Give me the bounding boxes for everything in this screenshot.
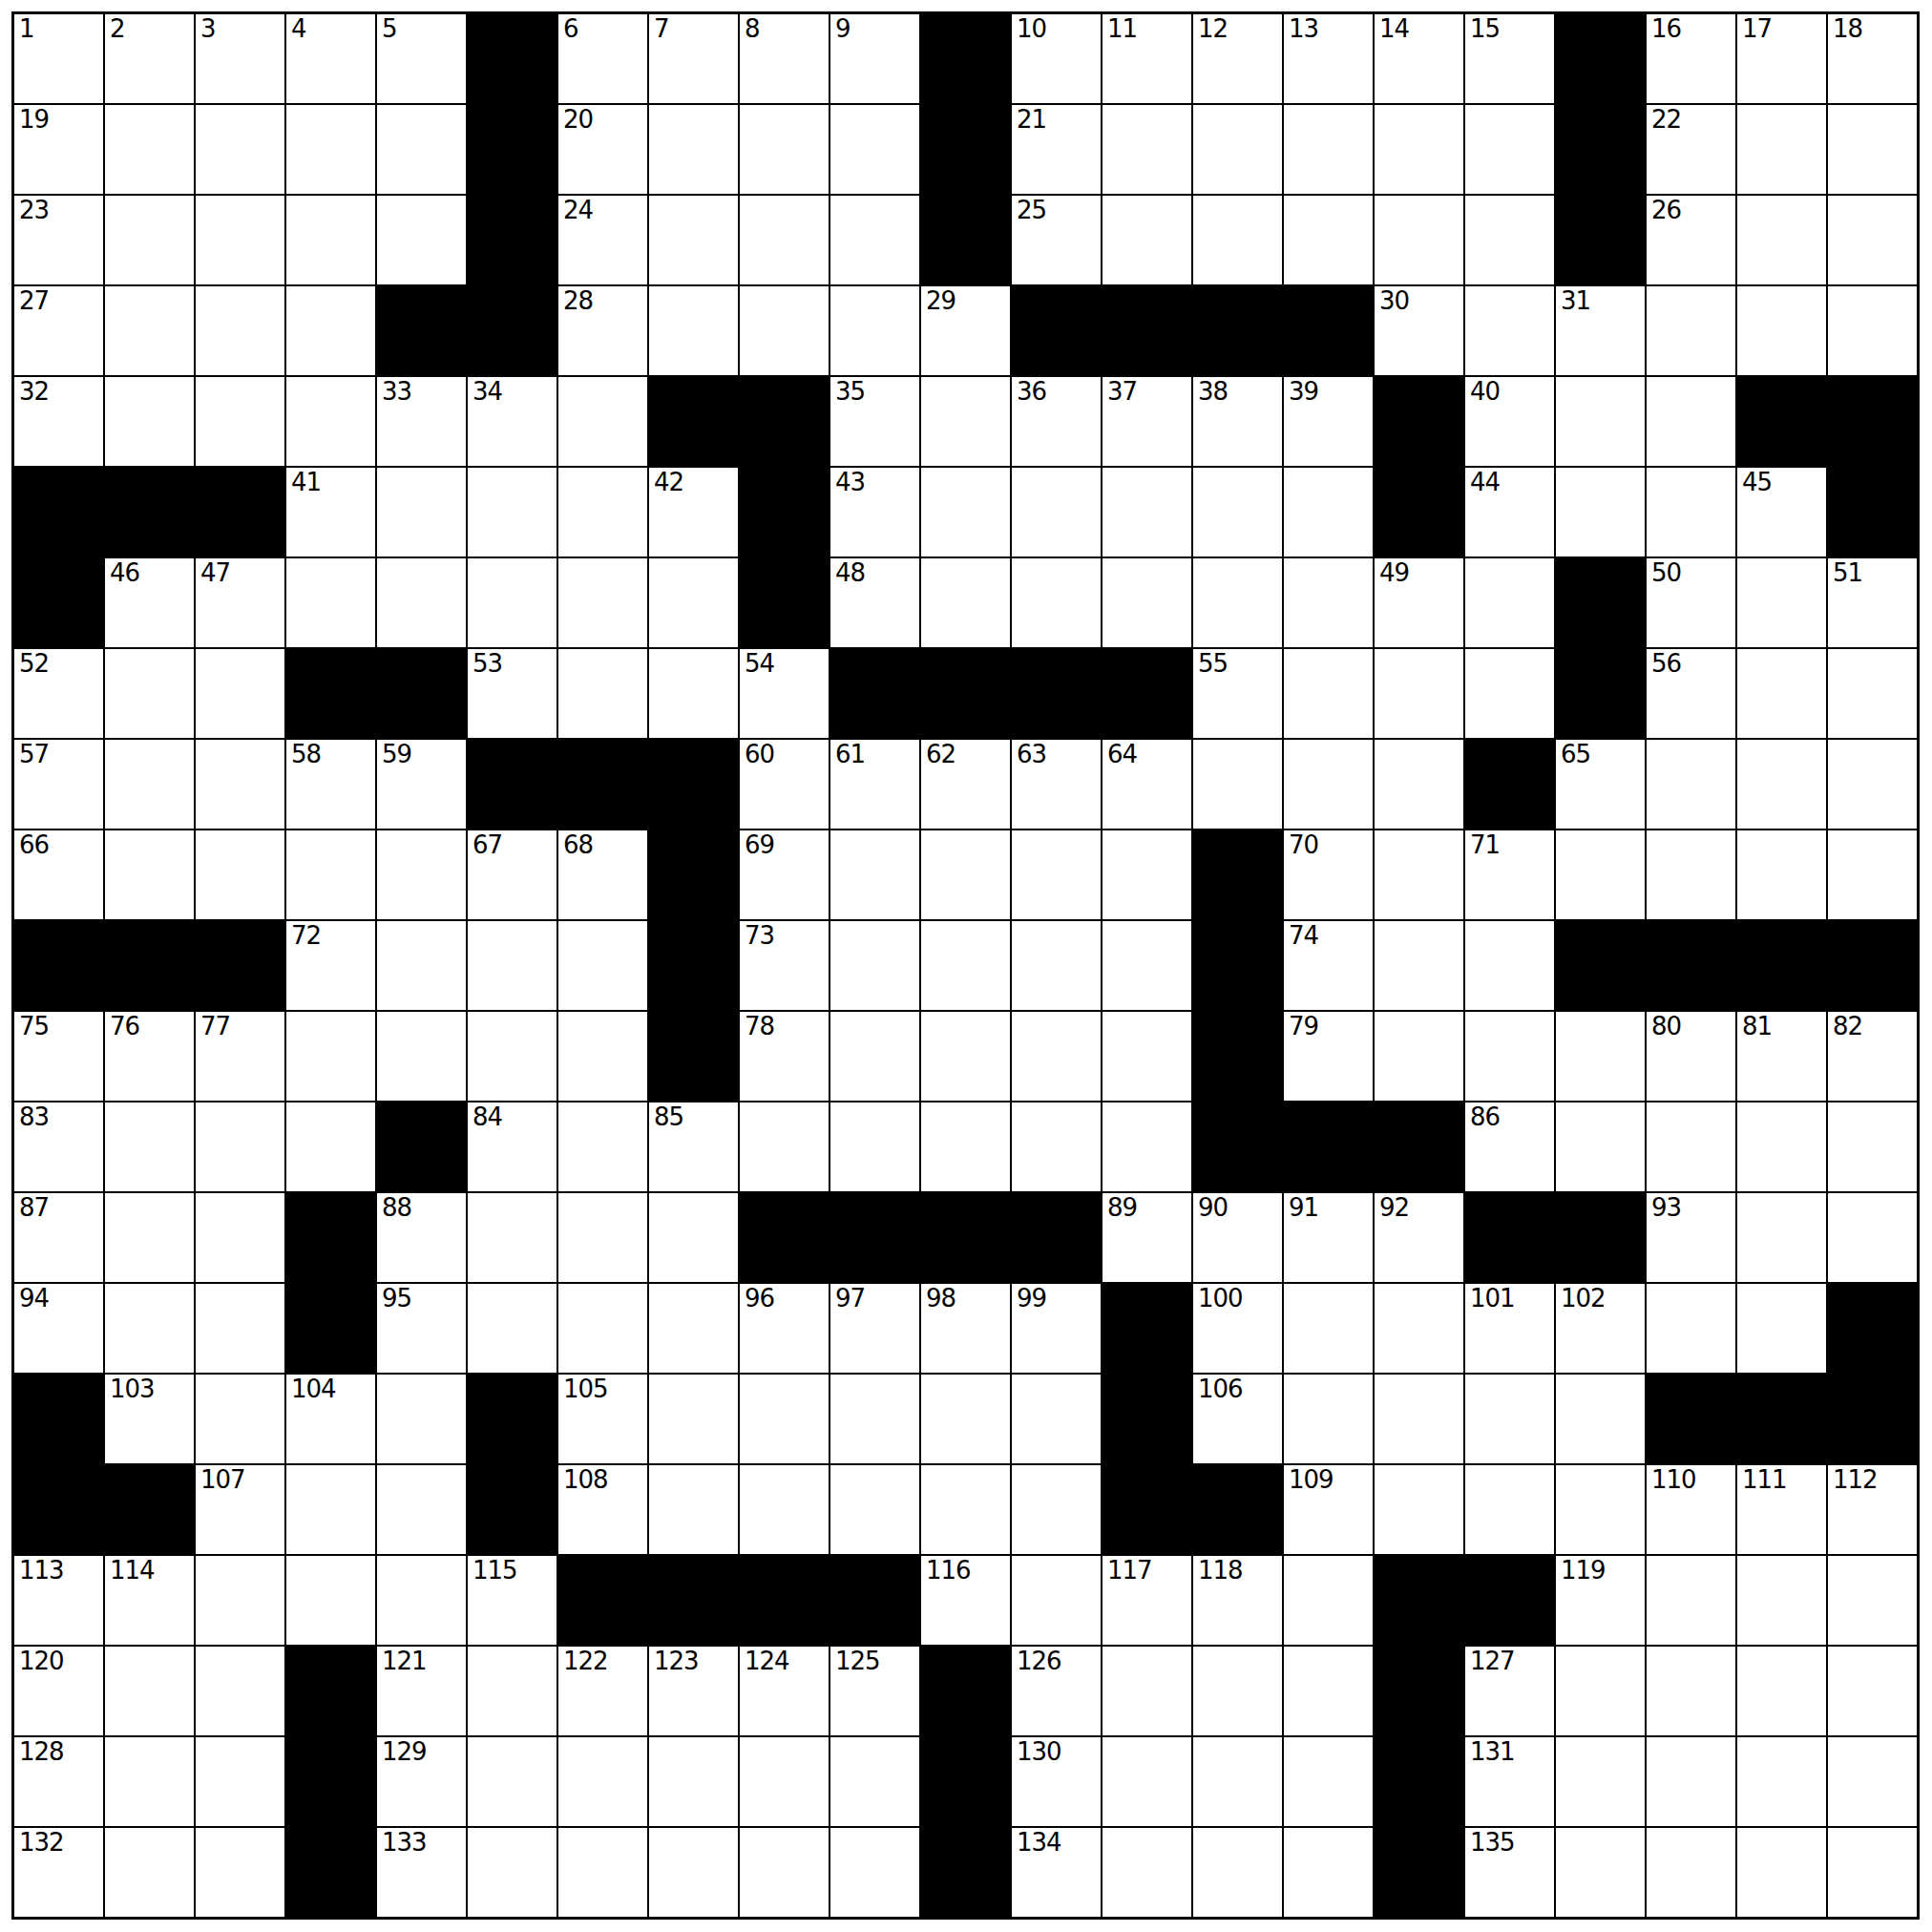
letter-cell-r9c15[interactable] [1284,740,1373,829]
letter-cell-r15c18[interactable]: 102 [1556,1284,1645,1373]
letter-cell-r7c11[interactable] [921,558,1010,647]
letter-cell-r10c21[interactable] [1828,830,1917,919]
letter-cell-r6c17[interactable]: 44 [1465,468,1554,556]
letter-cell-r5c11[interactable] [921,377,1010,466]
letter-cell-r10c15[interactable]: 70 [1284,830,1373,919]
letter-cell-r1c3[interactable]: 3 [196,14,284,103]
letter-cell-r8c3[interactable] [196,649,284,738]
letter-cell-r13c1[interactable]: 83 [14,1102,103,1191]
letter-cell-r19c13[interactable] [1102,1647,1191,1735]
letter-cell-r10c16[interactable] [1375,830,1463,919]
letter-cell-r12c15[interactable]: 79 [1284,1012,1373,1101]
letter-cell-r5c15[interactable]: 39 [1284,377,1373,466]
letter-cell-r10c19[interactable] [1647,830,1735,919]
letter-cell-r17c18[interactable] [1556,1465,1645,1554]
letter-cell-r20c10[interactable] [830,1737,919,1826]
letter-cell-r11c7[interactable] [558,921,647,1010]
letter-cell-r3c14[interactable] [1193,196,1282,284]
letter-cell-r9c16[interactable] [1375,740,1463,829]
letter-cell-r2c10[interactable] [830,105,919,194]
letter-cell-r7c6[interactable] [468,558,556,647]
letter-cell-r12c19[interactable]: 80 [1647,1012,1735,1101]
letter-cell-r11c16[interactable] [1375,921,1463,1010]
letter-cell-r11c10[interactable] [830,921,919,1010]
letter-cell-r1c7[interactable]: 6 [558,14,647,103]
letter-cell-r6c11[interactable] [921,468,1010,556]
letter-cell-r7c16[interactable]: 49 [1375,558,1463,647]
letter-cell-r1c16[interactable]: 14 [1375,14,1463,103]
letter-cell-r20c8[interactable] [649,1737,738,1826]
letter-cell-r13c12[interactable] [1012,1102,1101,1191]
letter-cell-r13c3[interactable] [196,1102,284,1191]
letter-cell-r19c18[interactable] [1556,1647,1645,1735]
letter-cell-r12c6[interactable] [468,1012,556,1101]
letter-cell-r6c20[interactable]: 45 [1737,468,1826,556]
letter-cell-r8c21[interactable] [1828,649,1917,738]
letter-cell-r11c13[interactable] [1102,921,1191,1010]
letter-cell-r7c2[interactable]: 46 [105,558,194,647]
letter-cell-r18c6[interactable]: 115 [468,1556,556,1645]
letter-cell-r1c13[interactable]: 11 [1102,14,1191,103]
letter-cell-r15c19[interactable] [1647,1284,1735,1373]
letter-cell-r10c18[interactable] [1556,830,1645,919]
letter-cell-r21c10[interactable] [830,1828,919,1917]
letter-cell-r11c4[interactable]: 72 [286,921,375,1010]
letter-cell-r17c19[interactable]: 110 [1647,1465,1735,1554]
letter-cell-r20c18[interactable] [1556,1737,1645,1826]
letter-cell-r3c19[interactable]: 26 [1647,196,1735,284]
letter-cell-r13c20[interactable] [1737,1102,1826,1191]
letter-cell-r20c3[interactable] [196,1737,284,1826]
letter-cell-r14c19[interactable]: 93 [1647,1193,1735,1282]
letter-cell-r19c2[interactable] [105,1647,194,1735]
letter-cell-r8c6[interactable]: 53 [468,649,556,738]
letter-cell-r20c19[interactable] [1647,1737,1735,1826]
letter-cell-r1c1[interactable]: 1 [14,14,103,103]
letter-cell-r14c7[interactable] [558,1193,647,1282]
letter-cell-r6c18[interactable] [1556,468,1645,556]
letter-cell-r18c20[interactable] [1737,1556,1826,1645]
letter-cell-r16c14[interactable]: 106 [1193,1375,1282,1463]
letter-cell-r14c20[interactable] [1737,1193,1826,1282]
letter-cell-r19c19[interactable] [1647,1647,1735,1735]
letter-cell-r17c3[interactable]: 107 [196,1465,284,1554]
letter-cell-r19c21[interactable] [1828,1647,1917,1735]
letter-cell-r7c13[interactable] [1102,558,1191,647]
letter-cell-r4c20[interactable] [1737,286,1826,375]
letter-cell-r2c5[interactable] [377,105,466,194]
letter-cell-r12c16[interactable] [1375,1012,1463,1101]
letter-cell-r16c2[interactable]: 103 [105,1375,194,1463]
letter-cell-r5c10[interactable]: 35 [830,377,919,466]
letter-cell-r6c8[interactable]: 42 [649,468,738,556]
letter-cell-r4c3[interactable] [196,286,284,375]
letter-cell-r6c19[interactable] [1647,468,1735,556]
letter-cell-r13c9[interactable] [740,1102,829,1191]
letter-cell-r8c9[interactable]: 54 [740,649,829,738]
letter-cell-r10c10[interactable] [830,830,919,919]
letter-cell-r3c4[interactable] [286,196,375,284]
letter-cell-r16c10[interactable] [830,1375,919,1463]
letter-cell-r18c13[interactable]: 117 [1102,1556,1191,1645]
letter-cell-r1c15[interactable]: 13 [1284,14,1373,103]
letter-cell-r21c12[interactable]: 134 [1012,1828,1101,1917]
letter-cell-r2c7[interactable]: 20 [558,105,647,194]
letter-cell-r20c17[interactable]: 131 [1465,1737,1554,1826]
letter-cell-r20c2[interactable] [105,1737,194,1826]
letter-cell-r2c17[interactable] [1465,105,1554,194]
letter-cell-r16c17[interactable] [1465,1375,1554,1463]
letter-cell-r20c13[interactable] [1102,1737,1191,1826]
letter-cell-r8c1[interactable]: 52 [14,649,103,738]
letter-cell-r20c6[interactable] [468,1737,556,1826]
letter-cell-r17c7[interactable]: 108 [558,1465,647,1554]
letter-cell-r8c7[interactable] [558,649,647,738]
letter-cell-r7c17[interactable] [1465,558,1554,647]
letter-cell-r12c4[interactable] [286,1012,375,1101]
letter-cell-r19c8[interactable]: 123 [649,1647,738,1735]
letter-cell-r19c3[interactable] [196,1647,284,1735]
letter-cell-r10c5[interactable] [377,830,466,919]
letter-cell-r3c17[interactable] [1465,196,1554,284]
letter-cell-r11c5[interactable] [377,921,466,1010]
letter-cell-r10c17[interactable]: 71 [1465,830,1554,919]
letter-cell-r4c11[interactable]: 29 [921,286,1010,375]
letter-cell-r18c5[interactable] [377,1556,466,1645]
letter-cell-r9c11[interactable]: 62 [921,740,1010,829]
letter-cell-r4c8[interactable] [649,286,738,375]
letter-cell-r17c17[interactable] [1465,1465,1554,1554]
letter-cell-r18c14[interactable]: 118 [1193,1556,1282,1645]
letter-cell-r18c11[interactable]: 116 [921,1556,1010,1645]
letter-cell-r21c7[interactable] [558,1828,647,1917]
letter-cell-r7c7[interactable] [558,558,647,647]
letter-cell-r5c14[interactable]: 38 [1193,377,1282,466]
letter-cell-r9c18[interactable]: 65 [1556,740,1645,829]
letter-cell-r14c6[interactable] [468,1193,556,1282]
letter-cell-r5c2[interactable] [105,377,194,466]
letter-cell-r9c10[interactable]: 61 [830,740,919,829]
letter-cell-r6c6[interactable] [468,468,556,556]
letter-cell-r10c12[interactable] [1012,830,1101,919]
letter-cell-r4c16[interactable]: 30 [1375,286,1463,375]
letter-cell-r14c15[interactable]: 91 [1284,1193,1373,1282]
letter-cell-r7c3[interactable]: 47 [196,558,284,647]
letter-cell-r1c4[interactable]: 4 [286,14,375,103]
letter-cell-r17c9[interactable] [740,1465,829,1554]
letter-cell-r14c1[interactable]: 87 [14,1193,103,1282]
letter-cell-r11c9[interactable]: 73 [740,921,829,1010]
letter-cell-r13c17[interactable]: 86 [1465,1102,1554,1191]
letter-cell-r21c13[interactable] [1102,1828,1191,1917]
letter-cell-r3c5[interactable] [377,196,466,284]
letter-cell-r7c4[interactable] [286,558,375,647]
letter-cell-r7c5[interactable] [377,558,466,647]
letter-cell-r13c19[interactable] [1647,1102,1735,1191]
letter-cell-r17c10[interactable] [830,1465,919,1554]
letter-cell-r10c11[interactable] [921,830,1010,919]
letter-cell-r21c3[interactable] [196,1828,284,1917]
letter-cell-r16c9[interactable] [740,1375,829,1463]
letter-cell-r18c3[interactable] [196,1556,284,1645]
letter-cell-r8c8[interactable] [649,649,738,738]
letter-cell-r16c12[interactable] [1012,1375,1101,1463]
letter-cell-r17c12[interactable] [1012,1465,1101,1554]
letter-cell-r15c5[interactable]: 95 [377,1284,466,1373]
letter-cell-r21c18[interactable] [1556,1828,1645,1917]
letter-cell-r11c12[interactable] [1012,921,1101,1010]
letter-cell-r7c12[interactable] [1012,558,1101,647]
letter-cell-r10c6[interactable]: 67 [468,830,556,919]
letter-cell-r19c5[interactable]: 121 [377,1647,466,1735]
letter-cell-r11c11[interactable] [921,921,1010,1010]
letter-cell-r4c2[interactable] [105,286,194,375]
letter-cell-r10c4[interactable] [286,830,375,919]
letter-cell-r3c16[interactable] [1375,196,1463,284]
letter-cell-r2c8[interactable] [649,105,738,194]
letter-cell-r21c14[interactable] [1193,1828,1282,1917]
letter-cell-r15c12[interactable]: 99 [1012,1284,1101,1373]
letter-cell-r1c20[interactable]: 17 [1737,14,1826,103]
letter-cell-r20c15[interactable] [1284,1737,1373,1826]
letter-cell-r12c13[interactable] [1102,1012,1191,1101]
letter-cell-r12c18[interactable] [1556,1012,1645,1101]
letter-cell-r18c2[interactable]: 114 [105,1556,194,1645]
letter-cell-r15c20[interactable] [1737,1284,1826,1373]
letter-cell-r5c4[interactable] [286,377,375,466]
letter-cell-r13c21[interactable] [1828,1102,1917,1191]
letter-cell-r12c21[interactable]: 82 [1828,1012,1917,1101]
letter-cell-r12c10[interactable] [830,1012,919,1101]
letter-cell-r10c2[interactable] [105,830,194,919]
letter-cell-r18c1[interactable]: 113 [14,1556,103,1645]
letter-cell-r1c2[interactable]: 2 [105,14,194,103]
letter-cell-r21c19[interactable] [1647,1828,1735,1917]
letter-cell-r16c4[interactable]: 104 [286,1375,375,1463]
letter-cell-r5c19[interactable] [1647,377,1735,466]
letter-cell-r9c3[interactable] [196,740,284,829]
letter-cell-r8c2[interactable] [105,649,194,738]
letter-cell-r17c21[interactable]: 112 [1828,1465,1917,1554]
letter-cell-r2c21[interactable] [1828,105,1917,194]
letter-cell-r1c21[interactable]: 18 [1828,14,1917,103]
letter-cell-r18c21[interactable] [1828,1556,1917,1645]
letter-cell-r9c5[interactable]: 59 [377,740,466,829]
letter-cell-r1c19[interactable]: 16 [1647,14,1735,103]
letter-cell-r8c17[interactable] [1465,649,1554,738]
letter-cell-r20c21[interactable] [1828,1737,1917,1826]
letter-cell-r10c9[interactable]: 69 [740,830,829,919]
letter-cell-r9c20[interactable] [1737,740,1826,829]
letter-cell-r12c5[interactable] [377,1012,466,1101]
letter-cell-r15c1[interactable]: 94 [14,1284,103,1373]
letter-cell-r15c2[interactable] [105,1284,194,1373]
letter-cell-r19c14[interactable] [1193,1647,1282,1735]
letter-cell-r14c21[interactable] [1828,1193,1917,1282]
letter-cell-r13c6[interactable]: 84 [468,1102,556,1191]
letter-cell-r7c20[interactable] [1737,558,1826,647]
letter-cell-r6c7[interactable] [558,468,647,556]
letter-cell-r19c10[interactable]: 125 [830,1647,919,1735]
letter-cell-r3c13[interactable] [1102,196,1191,284]
letter-cell-r5c3[interactable] [196,377,284,466]
letter-cell-r17c16[interactable] [1375,1465,1463,1554]
letter-cell-r18c4[interactable] [286,1556,375,1645]
letter-cell-r20c12[interactable]: 130 [1012,1737,1101,1826]
letter-cell-r5c18[interactable] [1556,377,1645,466]
letter-cell-r14c3[interactable] [196,1193,284,1282]
letter-cell-r20c5[interactable]: 129 [377,1737,466,1826]
letter-cell-r15c10[interactable]: 97 [830,1284,919,1373]
letter-cell-r14c5[interactable]: 88 [377,1193,466,1282]
letter-cell-r12c12[interactable] [1012,1012,1101,1101]
letter-cell-r3c21[interactable] [1828,196,1917,284]
letter-cell-r17c4[interactable] [286,1465,375,1554]
letter-cell-r13c13[interactable] [1102,1102,1191,1191]
letter-cell-r14c14[interactable]: 90 [1193,1193,1282,1282]
letter-cell-r2c12[interactable]: 21 [1012,105,1101,194]
letter-cell-r15c15[interactable] [1284,1284,1373,1373]
letter-cell-r21c1[interactable]: 132 [14,1828,103,1917]
letter-cell-r21c9[interactable] [740,1828,829,1917]
letter-cell-r19c6[interactable] [468,1647,556,1735]
letter-cell-r21c2[interactable] [105,1828,194,1917]
letter-cell-r3c15[interactable] [1284,196,1373,284]
letter-cell-r14c2[interactable] [105,1193,194,1282]
letter-cell-r9c14[interactable] [1193,740,1282,829]
letter-cell-r6c12[interactable] [1012,468,1101,556]
letter-cell-r21c8[interactable] [649,1828,738,1917]
letter-cell-r5c6[interactable]: 34 [468,377,556,466]
letter-cell-r20c7[interactable] [558,1737,647,1826]
letter-cell-r16c15[interactable] [1284,1375,1373,1463]
letter-cell-r18c18[interactable]: 119 [1556,1556,1645,1645]
letter-cell-r9c13[interactable]: 64 [1102,740,1191,829]
letter-cell-r17c20[interactable]: 111 [1737,1465,1826,1554]
letter-cell-r4c1[interactable]: 27 [14,286,103,375]
letter-cell-r2c16[interactable] [1375,105,1463,194]
letter-cell-r20c1[interactable]: 128 [14,1737,103,1826]
letter-cell-r13c4[interactable] [286,1102,375,1191]
letter-cell-r13c18[interactable] [1556,1102,1645,1191]
letter-cell-r16c5[interactable] [377,1375,466,1463]
letter-cell-r8c19[interactable]: 56 [1647,649,1735,738]
letter-cell-r2c1[interactable]: 19 [14,105,103,194]
letter-cell-r12c7[interactable] [558,1012,647,1101]
letter-cell-r13c8[interactable]: 85 [649,1102,738,1191]
letter-cell-r13c11[interactable] [921,1102,1010,1191]
letter-cell-r7c14[interactable] [1193,558,1282,647]
letter-cell-r2c3[interactable] [196,105,284,194]
letter-cell-r2c4[interactable] [286,105,375,194]
letter-cell-r9c19[interactable] [1647,740,1735,829]
letter-cell-r2c14[interactable] [1193,105,1282,194]
letter-cell-r7c15[interactable] [1284,558,1373,647]
letter-cell-r3c1[interactable]: 23 [14,196,103,284]
letter-cell-r4c10[interactable] [830,286,919,375]
letter-cell-r21c21[interactable] [1828,1828,1917,1917]
letter-cell-r4c18[interactable]: 31 [1556,286,1645,375]
letter-cell-r19c7[interactable]: 122 [558,1647,647,1735]
letter-cell-r2c2[interactable] [105,105,194,194]
letter-cell-r8c15[interactable] [1284,649,1373,738]
letter-cell-r2c13[interactable] [1102,105,1191,194]
letter-cell-r14c16[interactable]: 92 [1375,1193,1463,1282]
letter-cell-r1c17[interactable]: 15 [1465,14,1554,103]
letter-cell-r9c12[interactable]: 63 [1012,740,1101,829]
letter-cell-r5c5[interactable]: 33 [377,377,466,466]
letter-cell-r11c6[interactable] [468,921,556,1010]
letter-cell-r5c17[interactable]: 40 [1465,377,1554,466]
letter-cell-r6c13[interactable] [1102,468,1191,556]
letter-cell-r9c4[interactable]: 58 [286,740,375,829]
letter-cell-r15c9[interactable]: 96 [740,1284,829,1373]
letter-cell-r12c9[interactable]: 78 [740,1012,829,1101]
letter-cell-r17c8[interactable] [649,1465,738,1554]
letter-cell-r14c13[interactable]: 89 [1102,1193,1191,1282]
letter-cell-r15c14[interactable]: 100 [1193,1284,1282,1373]
letter-cell-r5c13[interactable]: 37 [1102,377,1191,466]
letter-cell-r13c2[interactable] [105,1102,194,1191]
letter-cell-r4c7[interactable]: 28 [558,286,647,375]
letter-cell-r9c9[interactable]: 60 [740,740,829,829]
letter-cell-r3c2[interactable] [105,196,194,284]
letter-cell-r8c14[interactable]: 55 [1193,649,1282,738]
letter-cell-r14c8[interactable] [649,1193,738,1282]
letter-cell-r10c3[interactable] [196,830,284,919]
letter-cell-r6c14[interactable] [1193,468,1282,556]
letter-cell-r12c11[interactable] [921,1012,1010,1101]
letter-cell-r17c5[interactable] [377,1465,466,1554]
letter-cell-r13c10[interactable] [830,1102,919,1191]
letter-cell-r8c20[interactable] [1737,649,1826,738]
letter-cell-r21c15[interactable] [1284,1828,1373,1917]
letter-cell-r4c19[interactable] [1647,286,1735,375]
letter-cell-r10c7[interactable]: 68 [558,830,647,919]
letter-cell-r20c20[interactable] [1737,1737,1826,1826]
letter-cell-r3c8[interactable] [649,196,738,284]
letter-cell-r15c3[interactable] [196,1284,284,1373]
letter-cell-r12c1[interactable]: 75 [14,1012,103,1101]
letter-cell-r21c5[interactable]: 133 [377,1828,466,1917]
letter-cell-r16c16[interactable] [1375,1375,1463,1463]
letter-cell-r18c12[interactable] [1012,1556,1101,1645]
letter-cell-r2c15[interactable] [1284,105,1373,194]
letter-cell-r7c10[interactable]: 48 [830,558,919,647]
letter-cell-r20c14[interactable] [1193,1737,1282,1826]
letter-cell-r10c1[interactable]: 66 [14,830,103,919]
letter-cell-r7c21[interactable]: 51 [1828,558,1917,647]
letter-cell-r3c20[interactable] [1737,196,1826,284]
letter-cell-r4c21[interactable] [1828,286,1917,375]
letter-cell-r8c16[interactable] [1375,649,1463,738]
letter-cell-r1c10[interactable]: 9 [830,14,919,103]
letter-cell-r18c19[interactable] [1647,1556,1735,1645]
letter-cell-r17c11[interactable] [921,1465,1010,1554]
letter-cell-r15c7[interactable] [558,1284,647,1373]
letter-cell-r16c7[interactable]: 105 [558,1375,647,1463]
letter-cell-r21c17[interactable]: 135 [1465,1828,1554,1917]
letter-cell-r21c20[interactable] [1737,1828,1826,1917]
letter-cell-r19c12[interactable]: 126 [1012,1647,1101,1735]
letter-cell-r11c15[interactable]: 74 [1284,921,1373,1010]
letter-cell-r6c10[interactable]: 43 [830,468,919,556]
letter-cell-r12c2[interactable]: 76 [105,1012,194,1101]
letter-cell-r3c7[interactable]: 24 [558,196,647,284]
letter-cell-r3c10[interactable] [830,196,919,284]
letter-cell-r6c4[interactable]: 41 [286,468,375,556]
letter-cell-r15c6[interactable] [468,1284,556,1373]
